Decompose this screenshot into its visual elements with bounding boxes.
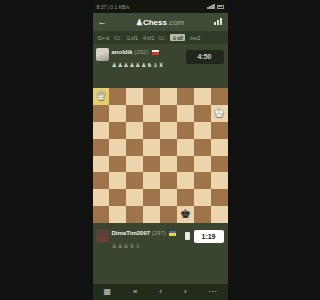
- move-item[interactable]: ♔xf1: [142, 35, 154, 41]
- square-g7[interactable]: [194, 105, 211, 122]
- square-h1[interactable]: [211, 206, 228, 223]
- square-e3[interactable]: [160, 172, 177, 189]
- square-a6[interactable]: [93, 122, 110, 139]
- bottom-player-flag-icon: [169, 231, 176, 236]
- square-d6[interactable]: [143, 122, 160, 139]
- bottom-nav-bar: ▦«‹›⋯: [93, 284, 228, 300]
- pawn-logo-icon: ♟: [136, 18, 143, 27]
- connection-bars-icon[interactable]: [214, 18, 221, 25]
- square-h3[interactable]: [211, 172, 228, 189]
- top-player-rating: (292): [134, 49, 148, 55]
- square-g5[interactable]: [194, 139, 211, 156]
- bottom-player-name[interactable]: DimaTim2007 (297): [112, 230, 177, 236]
- square-f2[interactable]: [177, 189, 194, 206]
- square-f3[interactable]: [177, 172, 194, 189]
- move-item: 61.: [114, 35, 122, 41]
- move-list-bar[interactable]: f1=♕61.♖xf1♔xf162.♕a8♔e2: [93, 31, 228, 44]
- square-e1[interactable]: [160, 206, 177, 223]
- black-piece-k-f1[interactable]: ♚: [180, 208, 191, 221]
- square-f1[interactable]: ♚: [177, 206, 194, 223]
- square-f4[interactable]: [177, 156, 194, 173]
- current-move[interactable]: ♕a8: [170, 34, 185, 41]
- square-h5[interactable]: [211, 139, 228, 156]
- square-c5[interactable]: [126, 139, 143, 156]
- app-screen: 8:37 | 0.1 KB/s ← ♟Chess.com f1=♕61.♖xf1…: [93, 0, 228, 300]
- square-b4[interactable]: [109, 156, 126, 173]
- move-item[interactable]: ♔e2: [189, 35, 200, 41]
- battery-icon: [217, 5, 224, 9]
- logo-suffix: .com: [167, 18, 184, 27]
- square-a1[interactable]: [93, 206, 110, 223]
- square-c2[interactable]: [126, 189, 143, 206]
- square-b3[interactable]: [109, 172, 126, 189]
- square-c4[interactable]: [126, 156, 143, 173]
- top-player-row: anoldik (292) ♟♟♟♟♟♟♞♝♜ 4:50: [93, 46, 228, 74]
- square-g1[interactable]: [194, 206, 211, 223]
- square-b5[interactable]: [109, 139, 126, 156]
- square-b2[interactable]: [109, 189, 126, 206]
- square-h2[interactable]: [211, 189, 228, 206]
- bottom-player-avatar[interactable]: [96, 229, 109, 242]
- board-options-icon[interactable]: ▦: [103, 284, 111, 300]
- bottom-player-captured-pieces: ♟♟♟♞♝: [112, 243, 141, 250]
- square-f6[interactable]: [177, 122, 194, 139]
- top-player-avatar[interactable]: [96, 48, 109, 61]
- square-h8[interactable]: [211, 88, 228, 105]
- bottom-player-username: DimaTim2007: [112, 230, 151, 236]
- square-b6[interactable]: [109, 122, 126, 139]
- square-e8[interactable]: [160, 88, 177, 105]
- square-b1[interactable]: [109, 206, 126, 223]
- square-g8[interactable]: [194, 88, 211, 105]
- top-player-flag-icon: [152, 50, 159, 55]
- square-a8[interactable]: ♛: [93, 88, 110, 105]
- square-h6[interactable]: [211, 122, 228, 139]
- status-right: [207, 4, 224, 9]
- header: ← ♟Chess.com: [93, 13, 228, 31]
- square-e4[interactable]: [160, 156, 177, 173]
- square-b7[interactable]: [109, 105, 126, 122]
- device-indicator-icon: [185, 232, 190, 240]
- square-f5[interactable]: [177, 139, 194, 156]
- square-e2[interactable]: [160, 189, 177, 206]
- signal-icon: [207, 4, 215, 9]
- square-e7[interactable]: [160, 105, 177, 122]
- move-item: 62.: [158, 35, 166, 41]
- square-a5[interactable]: [93, 139, 110, 156]
- forward-move-icon[interactable]: ›: [184, 284, 187, 300]
- bottom-player-rating: (297): [152, 230, 166, 236]
- logo-text: Chess: [143, 18, 167, 27]
- square-c3[interactable]: [126, 172, 143, 189]
- chesscom-logo: ♟Chess.com: [93, 18, 228, 27]
- white-piece-q-a8[interactable]: ♛: [95, 90, 106, 103]
- bottom-player-row: DimaTim2007 (297) ♟♟♟♞♝ 1:19: [93, 227, 228, 255]
- square-g3[interactable]: [194, 172, 211, 189]
- square-f7[interactable]: [177, 105, 194, 122]
- square-f8[interactable]: [177, 88, 194, 105]
- square-g6[interactable]: [194, 122, 211, 139]
- square-d7[interactable]: [143, 105, 160, 122]
- square-d8[interactable]: [143, 88, 160, 105]
- white-piece-k-h7[interactable]: ♚: [213, 107, 224, 120]
- square-d2[interactable]: [143, 189, 160, 206]
- square-a4[interactable]: [93, 156, 110, 173]
- top-player-name[interactable]: anoldik (292): [112, 49, 159, 55]
- square-c1[interactable]: [126, 206, 143, 223]
- move-item[interactable]: f1=♕: [98, 35, 111, 41]
- move-item[interactable]: ♖xf1: [126, 35, 138, 41]
- bottom-player-clock: 1:19: [194, 230, 224, 243]
- more-icon[interactable]: ⋯: [209, 284, 217, 300]
- back-move-icon[interactable]: ‹: [159, 284, 162, 300]
- top-player-username: anoldik: [112, 49, 133, 55]
- square-h4[interactable]: [211, 156, 228, 173]
- square-d4[interactable]: [143, 156, 160, 173]
- square-d1[interactable]: [143, 206, 160, 223]
- square-c6[interactable]: [126, 122, 143, 139]
- square-a2[interactable]: [93, 189, 110, 206]
- square-c7[interactable]: [126, 105, 143, 122]
- square-a3[interactable]: [93, 172, 110, 189]
- square-e6[interactable]: [160, 122, 177, 139]
- status-left-text: 8:37 | 0.1 KB/s: [97, 4, 130, 10]
- square-g2[interactable]: [194, 189, 211, 206]
- jump-start-icon[interactable]: «: [133, 284, 137, 300]
- square-c8[interactable]: [126, 88, 143, 105]
- square-d3[interactable]: [143, 172, 160, 189]
- square-e5[interactable]: [160, 139, 177, 156]
- status-bar: 8:37 | 0.1 KB/s: [93, 0, 228, 13]
- square-d5[interactable]: [143, 139, 160, 156]
- square-a7[interactable]: [93, 105, 110, 122]
- square-b8[interactable]: [109, 88, 126, 105]
- chess-board[interactable]: ♛♚♚: [93, 88, 228, 223]
- square-g4[interactable]: [194, 156, 211, 173]
- top-player-clock: 4:50: [186, 50, 224, 64]
- top-player-captured-pieces: ♟♟♟♟♟♟♞♝♜: [112, 62, 165, 69]
- square-h7[interactable]: ♚: [211, 105, 228, 122]
